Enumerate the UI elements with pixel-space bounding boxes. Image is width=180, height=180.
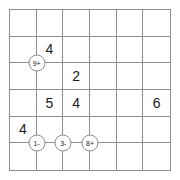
cell-r1c2[interactable] [63, 37, 90, 64]
cell-r0c0[interactable] [10, 10, 37, 37]
mathrax-board: 4254649+1-3-8+ [9, 9, 171, 171]
vertex-clue-3-: 3- [55, 135, 72, 152]
cell-r2c5[interactable] [143, 63, 170, 90]
cell-r3c5[interactable]: 6 [143, 90, 170, 117]
vertex-clue-9+: 9+ [28, 55, 45, 72]
cell-r5c5[interactable] [143, 143, 170, 170]
puzzle-canvas: 4254649+1-3-8+ [0, 0, 180, 180]
cell-r1c4[interactable] [117, 37, 144, 64]
cell-r3c1[interactable]: 5 [37, 90, 64, 117]
cell-r2c3[interactable] [90, 63, 117, 90]
cell-r0c1[interactable] [37, 10, 64, 37]
cell-r5c4[interactable] [117, 143, 144, 170]
cell-r1c3[interactable] [90, 37, 117, 64]
cell-r4c4[interactable] [117, 117, 144, 144]
cell-r1c5[interactable] [143, 37, 170, 64]
cell-r3c3[interactable] [90, 90, 117, 117]
cell-r0c5[interactable] [143, 10, 170, 37]
cell-r3c0[interactable] [10, 90, 37, 117]
cell-r4c5[interactable] [143, 117, 170, 144]
vertex-clue-1-: 1- [28, 135, 45, 152]
cell-r2c4[interactable] [117, 63, 144, 90]
cell-r0c4[interactable] [117, 10, 144, 37]
vertex-clue-8+: 8+ [82, 135, 99, 152]
cell-r0c2[interactable] [63, 10, 90, 37]
cell-r0c3[interactable] [90, 10, 117, 37]
cell-r3c2[interactable]: 4 [63, 90, 90, 117]
cell-r2c2[interactable]: 2 [63, 63, 90, 90]
cell-r3c4[interactable] [117, 90, 144, 117]
